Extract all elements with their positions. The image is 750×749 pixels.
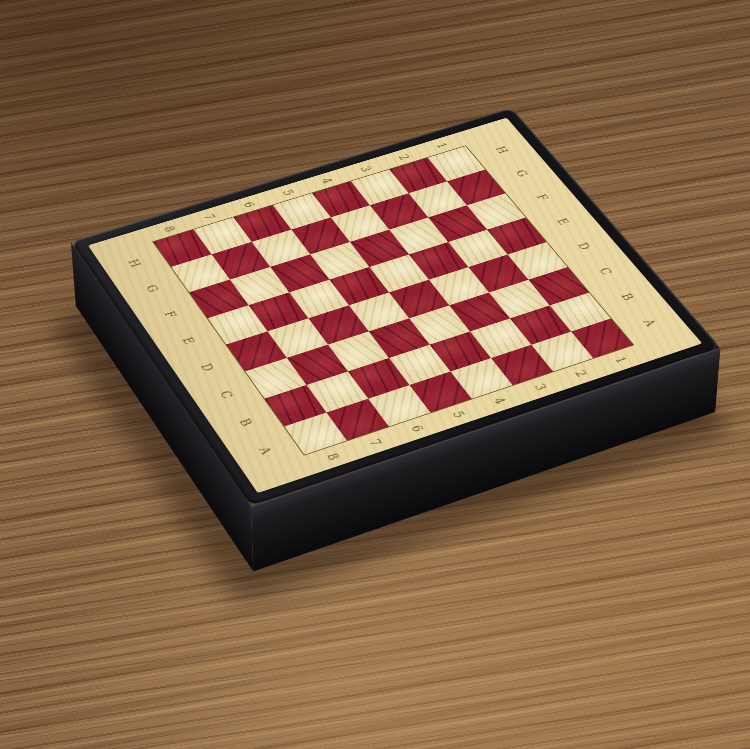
coord-glyph: F [534,193,549,201]
coord-glyph: B [237,417,254,427]
coord-glyph: C [597,266,613,275]
coord-glyph: 5 [450,410,466,419]
coord-glyph: B [619,292,635,301]
coord-glyph: A [641,318,657,327]
coord-glyph: E [180,336,196,346]
coord-glyph: 1 [612,355,628,364]
coord-glyph: G [144,283,160,293]
coord-glyph: H [493,145,509,154]
coord-glyph: 7 [366,438,382,448]
coord-glyph: C [217,389,234,399]
coord-glyph: 3 [532,382,548,391]
coord-glyph: G [513,169,529,178]
coord-glyph: 6 [241,201,256,209]
photo-scene: 88HH77GG66FF55EE44DD33CC22BB11AA [0,0,750,749]
coord-glyph: E [555,217,571,226]
coord-glyph: 2 [572,369,588,378]
coord-glyph: 4 [491,396,507,405]
coord-glyph: 6 [408,424,424,433]
coord-glyph: H [126,258,143,268]
coord-glyph: A [256,445,273,455]
coord-glyph: 8 [324,452,340,462]
coord-glyph: 8 [161,225,176,233]
coord-glyph: 4 [319,177,334,185]
coord-glyph: 2 [396,153,411,161]
coord-glyph: D [198,362,215,372]
coord-glyph: 5 [280,189,295,197]
coord-glyph: 1 [434,142,449,150]
coord-glyph: 3 [358,165,373,173]
coord-glyph: D [575,241,591,251]
coord-glyph: 7 [201,213,216,221]
coord-glyph: F [162,310,178,319]
